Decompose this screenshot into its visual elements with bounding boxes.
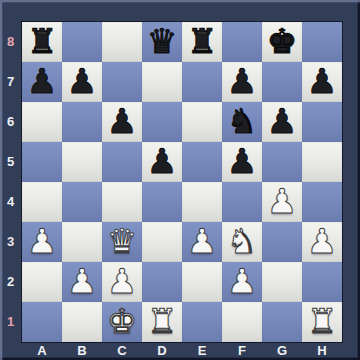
square-d6[interactable] xyxy=(142,102,182,142)
square-f2[interactable]: ♟ xyxy=(222,262,262,302)
square-h2[interactable] xyxy=(302,262,342,302)
piece-white-pawn: ♟ xyxy=(227,261,257,301)
square-h7[interactable]: ♟ xyxy=(302,62,342,102)
square-c3[interactable]: ♛ xyxy=(102,222,142,262)
square-g1[interactable] xyxy=(262,302,302,342)
square-d2[interactable] xyxy=(142,262,182,302)
square-d7[interactable] xyxy=(142,62,182,102)
rank-label-7: 7 xyxy=(0,62,21,102)
file-label-D: D xyxy=(142,343,182,359)
square-e4[interactable] xyxy=(182,182,222,222)
file-label-F: F xyxy=(222,343,262,359)
chess-board-frame: ♜♛♜♚♟♟♟♟♟♞♟♟♟♟♟♛♟♞♟♟♟♟♚♜♜ 87654321 ABCDE… xyxy=(0,0,360,360)
square-b7[interactable]: ♟ xyxy=(62,62,102,102)
square-c5[interactable] xyxy=(102,142,142,182)
square-d8[interactable]: ♛ xyxy=(142,22,182,62)
square-f6[interactable]: ♞ xyxy=(222,102,262,142)
square-d5[interactable]: ♟ xyxy=(142,142,182,182)
file-label-G: G xyxy=(262,343,302,359)
piece-black-pawn: ♟ xyxy=(107,101,137,141)
square-b5[interactable] xyxy=(62,142,102,182)
piece-black-pawn: ♟ xyxy=(67,61,97,101)
piece-black-pawn: ♟ xyxy=(227,61,257,101)
rank-label-6: 6 xyxy=(0,102,21,142)
square-b8[interactable] xyxy=(62,22,102,62)
square-a4[interactable] xyxy=(22,182,62,222)
piece-black-knight: ♞ xyxy=(227,101,257,141)
square-c7[interactable] xyxy=(102,62,142,102)
piece-white-pawn: ♟ xyxy=(187,221,217,261)
square-a8[interactable]: ♜ xyxy=(22,22,62,62)
rank-label-1: 1 xyxy=(0,302,21,342)
piece-white-knight: ♞ xyxy=(227,221,257,261)
square-b1[interactable] xyxy=(62,302,102,342)
file-label-H: H xyxy=(302,343,342,359)
square-c4[interactable] xyxy=(102,182,142,222)
square-d3[interactable] xyxy=(142,222,182,262)
piece-black-king: ♚ xyxy=(267,21,297,61)
piece-white-pawn: ♟ xyxy=(307,221,337,261)
square-b2[interactable]: ♟ xyxy=(62,262,102,302)
square-e3[interactable]: ♟ xyxy=(182,222,222,262)
file-label-C: C xyxy=(102,343,142,359)
square-h3[interactable]: ♟ xyxy=(302,222,342,262)
piece-black-pawn: ♟ xyxy=(267,101,297,141)
square-g2[interactable] xyxy=(262,262,302,302)
piece-white-pawn: ♟ xyxy=(27,221,57,261)
piece-white-pawn: ♟ xyxy=(67,261,97,301)
square-c2[interactable]: ♟ xyxy=(102,262,142,302)
square-h8[interactable] xyxy=(302,22,342,62)
piece-white-pawn: ♟ xyxy=(107,261,137,301)
square-h1[interactable]: ♜ xyxy=(302,302,342,342)
square-a1[interactable] xyxy=(22,302,62,342)
square-g5[interactable] xyxy=(262,142,302,182)
square-a5[interactable] xyxy=(22,142,62,182)
piece-white-rook: ♜ xyxy=(147,301,177,341)
square-f4[interactable] xyxy=(222,182,262,222)
square-e5[interactable] xyxy=(182,142,222,182)
square-h5[interactable] xyxy=(302,142,342,182)
square-d1[interactable]: ♜ xyxy=(142,302,182,342)
square-f7[interactable]: ♟ xyxy=(222,62,262,102)
square-g8[interactable]: ♚ xyxy=(262,22,302,62)
piece-white-queen: ♛ xyxy=(107,221,137,261)
square-b4[interactable] xyxy=(62,182,102,222)
square-e6[interactable] xyxy=(182,102,222,142)
square-f1[interactable] xyxy=(222,302,262,342)
rank-label-4: 4 xyxy=(0,182,21,222)
piece-black-rook: ♜ xyxy=(27,21,57,61)
square-g4[interactable]: ♟ xyxy=(262,182,302,222)
square-h4[interactable] xyxy=(302,182,342,222)
square-e7[interactable] xyxy=(182,62,222,102)
piece-black-pawn: ♟ xyxy=(27,61,57,101)
square-f3[interactable]: ♞ xyxy=(222,222,262,262)
square-c6[interactable]: ♟ xyxy=(102,102,142,142)
square-d4[interactable] xyxy=(142,182,182,222)
rank-label-2: 2 xyxy=(0,262,21,302)
square-g7[interactable] xyxy=(262,62,302,102)
square-a7[interactable]: ♟ xyxy=(22,62,62,102)
piece-black-pawn: ♟ xyxy=(147,141,177,181)
square-h6[interactable] xyxy=(302,102,342,142)
square-a2[interactable] xyxy=(22,262,62,302)
rank-label-3: 3 xyxy=(0,222,21,262)
file-label-B: B xyxy=(62,343,102,359)
square-c8[interactable] xyxy=(102,22,142,62)
rank-label-8: 8 xyxy=(0,22,21,62)
square-c1[interactable]: ♚ xyxy=(102,302,142,342)
piece-black-rook: ♜ xyxy=(187,21,217,61)
piece-black-pawn: ♟ xyxy=(227,141,257,181)
square-a3[interactable]: ♟ xyxy=(22,222,62,262)
piece-white-king: ♚ xyxy=(107,301,137,341)
square-e2[interactable] xyxy=(182,262,222,302)
square-b6[interactable] xyxy=(62,102,102,142)
square-f5[interactable]: ♟ xyxy=(222,142,262,182)
square-e1[interactable] xyxy=(182,302,222,342)
rank-label-5: 5 xyxy=(0,142,21,182)
square-g6[interactable]: ♟ xyxy=(262,102,302,142)
square-a6[interactable] xyxy=(22,102,62,142)
square-e8[interactable]: ♜ xyxy=(182,22,222,62)
piece-black-queen: ♛ xyxy=(147,21,177,61)
piece-white-rook: ♜ xyxy=(307,301,337,341)
chess-board: ♜♛♜♚♟♟♟♟♟♞♟♟♟♟♟♛♟♞♟♟♟♟♚♜♜ xyxy=(21,21,343,343)
file-label-A: A xyxy=(22,343,62,359)
piece-black-pawn: ♟ xyxy=(307,61,337,101)
square-f8[interactable] xyxy=(222,22,262,62)
square-g3[interactable] xyxy=(262,222,302,262)
square-b3[interactable] xyxy=(62,222,102,262)
piece-white-pawn: ♟ xyxy=(267,181,297,221)
file-label-E: E xyxy=(182,343,222,359)
